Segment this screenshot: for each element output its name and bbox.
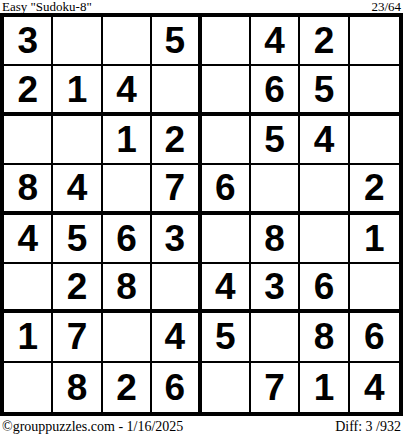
cell-r1c5-empty bbox=[202, 17, 251, 66]
cell-r3c7-given: 4 bbox=[300, 116, 349, 165]
cell-r4c4-given: 7 bbox=[152, 165, 201, 214]
cell-r4c7-empty bbox=[300, 165, 349, 214]
puzzle-title: Easy "Sudoku-8" bbox=[2, 0, 92, 13]
cell-r4c3-empty bbox=[103, 165, 152, 214]
cell-r8c6-given: 7 bbox=[251, 363, 300, 412]
cell-r5c1-given: 4 bbox=[4, 215, 53, 264]
cell-r2c3-given: 4 bbox=[103, 66, 152, 115]
cell-r8c7-given: 1 bbox=[300, 363, 349, 412]
cell-r5c4-given: 3 bbox=[152, 215, 201, 264]
cell-r1c1-given: 3 bbox=[4, 17, 53, 66]
cell-r1c2-empty bbox=[53, 17, 102, 66]
cell-r2c8-empty bbox=[350, 66, 399, 115]
sudoku-grid: 3542214651254847624563812843617458682671… bbox=[0, 13, 403, 416]
cell-r1c3-empty bbox=[103, 17, 152, 66]
cell-r4c8-given: 2 bbox=[350, 165, 399, 214]
cell-r4c6-empty bbox=[251, 165, 300, 214]
cell-r3c6-given: 5 bbox=[251, 116, 300, 165]
difficulty-label: Diff: 3 /932 bbox=[335, 419, 401, 434]
cell-r7c7-given: 8 bbox=[300, 313, 349, 362]
cell-r2c7-given: 5 bbox=[300, 66, 349, 115]
cell-r5c5-empty bbox=[202, 215, 251, 264]
cell-r8c2-given: 8 bbox=[53, 363, 102, 412]
cell-r7c5-given: 5 bbox=[202, 313, 251, 362]
cell-r2c2-given: 1 bbox=[53, 66, 102, 115]
cell-r4c1-given: 8 bbox=[4, 165, 53, 214]
copyright-credit: ©grouppuzzles.com - 1/16/2025 bbox=[2, 419, 183, 434]
cell-r8c4-given: 6 bbox=[152, 363, 201, 412]
cell-r4c5-given: 6 bbox=[202, 165, 251, 214]
cell-r3c8-empty bbox=[350, 116, 399, 165]
page-footer: ©grouppuzzles.com - 1/16/2025 Diff: 3 /9… bbox=[0, 416, 403, 437]
cell-r3c2-empty bbox=[53, 116, 102, 165]
cell-r6c3-given: 8 bbox=[103, 264, 152, 313]
puzzle-page: Easy "Sudoku-8" 23/64 354221465125484762… bbox=[0, 0, 403, 437]
cell-r3c3-given: 1 bbox=[103, 116, 152, 165]
cell-r6c7-given: 6 bbox=[300, 264, 349, 313]
cell-r6c5-given: 4 bbox=[202, 264, 251, 313]
cell-r7c4-given: 4 bbox=[152, 313, 201, 362]
cell-r8c5-empty bbox=[202, 363, 251, 412]
cell-r2c5-empty bbox=[202, 66, 251, 115]
cell-r8c1-empty bbox=[4, 363, 53, 412]
page-header: Easy "Sudoku-8" 23/64 bbox=[0, 0, 403, 13]
cell-r6c2-given: 2 bbox=[53, 264, 102, 313]
cell-r4c2-given: 4 bbox=[53, 165, 102, 214]
cell-r6c1-empty bbox=[4, 264, 53, 313]
cell-r5c3-given: 6 bbox=[103, 215, 152, 264]
cells-remaining-counter: 23/64 bbox=[371, 0, 401, 13]
cell-r2c1-given: 2 bbox=[4, 66, 53, 115]
cell-r7c6-empty bbox=[251, 313, 300, 362]
cell-r6c8-empty bbox=[350, 264, 399, 313]
cell-r8c3-given: 2 bbox=[103, 363, 152, 412]
cell-r8c8-given: 4 bbox=[350, 363, 399, 412]
cell-r2c6-given: 6 bbox=[251, 66, 300, 115]
cell-r3c5-empty bbox=[202, 116, 251, 165]
cell-r1c8-empty bbox=[350, 17, 399, 66]
cell-r1c4-given: 5 bbox=[152, 17, 201, 66]
cell-r5c7-empty bbox=[300, 215, 349, 264]
cell-r3c4-given: 2 bbox=[152, 116, 201, 165]
cell-r1c6-given: 4 bbox=[251, 17, 300, 66]
cell-r7c3-empty bbox=[103, 313, 152, 362]
cell-r1c7-given: 2 bbox=[300, 17, 349, 66]
cell-r5c8-given: 1 bbox=[350, 215, 399, 264]
cell-r5c6-given: 8 bbox=[251, 215, 300, 264]
cell-r5c2-given: 5 bbox=[53, 215, 102, 264]
cell-r7c2-given: 7 bbox=[53, 313, 102, 362]
cell-r7c8-given: 6 bbox=[350, 313, 399, 362]
cell-r7c1-given: 1 bbox=[4, 313, 53, 362]
cell-r2c4-empty bbox=[152, 66, 201, 115]
cell-r3c1-empty bbox=[4, 116, 53, 165]
cell-r6c4-empty bbox=[152, 264, 201, 313]
cell-r6c6-given: 3 bbox=[251, 264, 300, 313]
